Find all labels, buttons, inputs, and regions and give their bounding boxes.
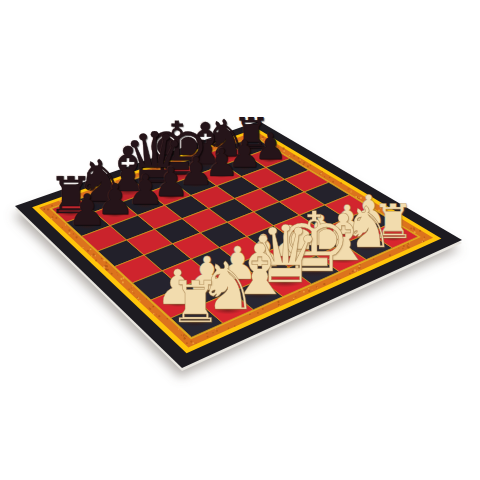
border-speckle bbox=[329, 177, 330, 178]
border-speckle bbox=[320, 173, 322, 175]
border-speckle bbox=[116, 272, 117, 273]
border-speckle bbox=[192, 342, 194, 344]
border-speckle bbox=[298, 157, 299, 158]
border-speckle bbox=[303, 162, 305, 164]
black-pawn-glyph: ♟ bbox=[67, 189, 106, 233]
border-speckle bbox=[349, 188, 350, 189]
border-speckle bbox=[44, 208, 46, 210]
border-speckle bbox=[340, 182, 342, 184]
border-speckle bbox=[149, 308, 151, 310]
border-speckle bbox=[117, 275, 118, 276]
border-speckle bbox=[347, 188, 348, 189]
border-speckle bbox=[257, 312, 259, 314]
border-speckle bbox=[95, 255, 97, 257]
border-speckle bbox=[332, 181, 334, 183]
border-speckle bbox=[132, 291, 133, 292]
border-speckle bbox=[166, 318, 168, 320]
border-speckle bbox=[93, 254, 95, 256]
border-speckle bbox=[131, 287, 132, 288]
border-speckle bbox=[422, 241, 423, 242]
border-speckle bbox=[299, 159, 300, 160]
border-speckle bbox=[289, 155, 290, 156]
border-speckle bbox=[322, 171, 323, 172]
border-speckle bbox=[153, 313, 155, 315]
border-speckle bbox=[293, 155, 295, 157]
border-speckle bbox=[196, 343, 197, 344]
border-speckle bbox=[376, 261, 377, 262]
border-speckle bbox=[101, 258, 103, 260]
border-speckle bbox=[310, 165, 312, 167]
border-speckle bbox=[62, 227, 63, 228]
border-speckle bbox=[111, 273, 113, 275]
border-speckle bbox=[128, 289, 130, 291]
border-speckle bbox=[106, 262, 108, 264]
border-speckle bbox=[87, 250, 89, 252]
border-speckle bbox=[76, 236, 78, 238]
border-speckle bbox=[133, 292, 134, 293]
border-speckle bbox=[82, 247, 83, 248]
chess-product-photo: ♜♞♟♝♟♚♟♛♟♝♟♞♟♜♟♟♟♟♜♟♞♟♝♟♚♟♛♟♝♟♞♜ bbox=[0, 0, 480, 480]
border-speckle bbox=[190, 341, 192, 343]
border-speckle bbox=[185, 338, 186, 339]
border-speckle bbox=[234, 325, 235, 326]
border-speckle bbox=[423, 238, 424, 239]
border-speckle bbox=[186, 342, 188, 344]
white-rook-glyph: ♜ bbox=[170, 274, 222, 332]
border-speckle bbox=[95, 259, 97, 261]
border-speckle bbox=[307, 165, 309, 167]
border-speckle bbox=[132, 286, 133, 287]
border-speckle bbox=[105, 268, 107, 270]
border-speckle bbox=[90, 248, 92, 250]
border-speckle bbox=[103, 266, 105, 268]
border-speckle bbox=[106, 265, 108, 267]
border-speckle bbox=[419, 230, 421, 232]
border-speckle bbox=[41, 207, 42, 208]
border-speckle bbox=[137, 297, 139, 299]
border-speckle bbox=[324, 176, 325, 177]
border-speckle bbox=[228, 328, 229, 329]
border-speckle bbox=[139, 300, 141, 302]
border-speckle bbox=[91, 255, 92, 256]
border-speckle bbox=[120, 278, 122, 280]
border-speckle bbox=[424, 236, 425, 237]
border-speckle bbox=[158, 315, 160, 317]
border-speckle bbox=[122, 281, 124, 283]
border-speckle bbox=[65, 224, 66, 225]
border-speckle bbox=[152, 306, 154, 308]
